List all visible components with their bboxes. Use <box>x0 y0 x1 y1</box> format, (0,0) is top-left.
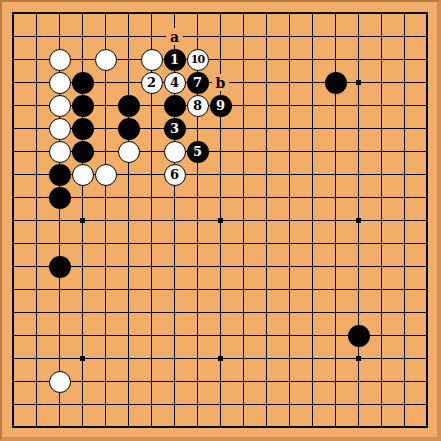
stone-black <box>49 187 71 209</box>
stone-white <box>49 49 71 71</box>
stone-white-move-4: 4 <box>164 72 186 94</box>
stone-white <box>49 95 71 117</box>
stone-black <box>164 95 186 117</box>
stone-white <box>141 49 163 71</box>
stone-black <box>348 325 370 347</box>
stone-white <box>72 164 94 186</box>
stone-white <box>95 49 117 71</box>
stone-black-move-7: 7 <box>187 72 209 94</box>
stone-black <box>72 72 94 94</box>
stones-grid: 11024789356ab <box>2 2 439 439</box>
stone-white-move-10: 10 <box>187 49 209 71</box>
point-label-b: b <box>212 74 229 91</box>
stone-white <box>49 118 71 140</box>
stone-white-move-8: 8 <box>187 95 209 117</box>
stone-white <box>95 164 117 186</box>
stone-black <box>72 118 94 140</box>
stone-black <box>72 95 94 117</box>
stone-black <box>118 118 140 140</box>
stone-white-move-2: 2 <box>141 72 163 94</box>
stone-white <box>49 371 71 393</box>
point-label-a: a <box>166 28 183 45</box>
stone-white-move-6: 6 <box>164 164 186 186</box>
stone-white <box>49 72 71 94</box>
stone-black <box>49 164 71 186</box>
stone-white <box>49 141 71 163</box>
stone-black <box>72 141 94 163</box>
stone-black-move-1: 1 <box>164 49 186 71</box>
go-board[interactable]: 11024789356ab <box>0 0 441 441</box>
stone-black-move-3: 3 <box>164 118 186 140</box>
stone-black-move-9: 9 <box>210 95 232 117</box>
stone-black <box>325 72 347 94</box>
stone-white <box>164 141 186 163</box>
stone-white <box>118 141 140 163</box>
stone-black <box>49 256 71 278</box>
stone-black <box>118 95 140 117</box>
stone-black-move-5: 5 <box>187 141 209 163</box>
